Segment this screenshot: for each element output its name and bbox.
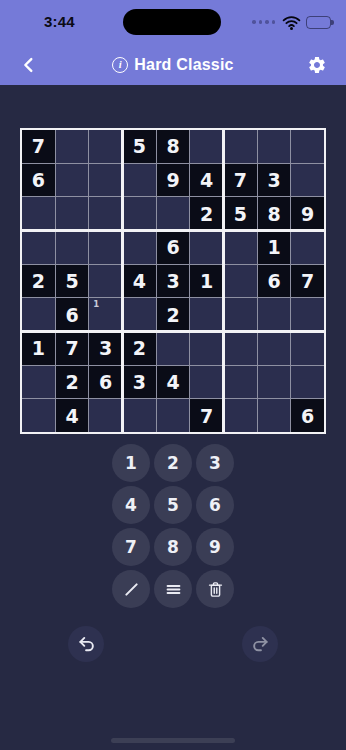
cell-r8c5[interactable]: 4	[157, 366, 190, 399]
cell-value: 8	[166, 135, 179, 157]
numpad-8[interactable]: 8	[154, 528, 192, 566]
cell-r5c8[interactable]: 6	[258, 265, 291, 298]
cell-value: 7	[200, 405, 213, 427]
cell-r5c1[interactable]: 2	[22, 265, 55, 298]
numpad-6[interactable]: 6	[196, 486, 234, 524]
cell-r7c2[interactable]: 7	[56, 332, 89, 365]
notes-icon	[164, 580, 183, 599]
cell-value: 6	[65, 304, 78, 326]
cell-value: 1	[200, 270, 213, 292]
cell-value: 7	[234, 169, 247, 191]
cell-value: 2	[166, 304, 179, 326]
cell-value: 7	[32, 135, 45, 157]
cell-r1c7[interactable]	[224, 130, 257, 163]
page-title-label: Hard Classic	[134, 56, 233, 74]
cell-value: 4	[166, 371, 179, 393]
cell-value: 1	[267, 236, 280, 258]
cell-r3c2[interactable]	[56, 197, 89, 230]
cell-r7c6[interactable]	[190, 332, 223, 365]
status-bar: 3:44	[0, 0, 346, 44]
dynamic-island	[123, 9, 221, 35]
cell-value: 9	[301, 203, 314, 225]
cellular-signal-icon	[252, 20, 275, 24]
numpad-5[interactable]: 5	[154, 486, 192, 524]
cell-r4c5[interactable]: 6	[157, 231, 190, 264]
cell-r3c8[interactable]: 8	[258, 197, 291, 230]
cell-r3c5[interactable]	[157, 197, 190, 230]
cell-value: 6	[166, 236, 179, 258]
cell-r4c7[interactable]	[224, 231, 257, 264]
cell-r4c6[interactable]	[190, 231, 223, 264]
undo-icon	[76, 634, 97, 655]
cell-r8c2[interactable]: 2	[56, 366, 89, 399]
numpad-1-label: 1	[125, 453, 137, 473]
cell-r2c4[interactable]	[123, 164, 156, 197]
home-indicator[interactable]	[111, 738, 235, 743]
cell-r9c8[interactable]	[258, 399, 291, 432]
cell-r7c5[interactable]	[157, 332, 190, 365]
cell-r9c9[interactable]: 6	[291, 399, 324, 432]
cell-r5c4[interactable]: 4	[123, 265, 156, 298]
pencil-mode-button[interactable]	[112, 570, 150, 608]
redo-icon	[250, 634, 271, 655]
cell-r5c6[interactable]: 1	[190, 265, 223, 298]
cell-r8c8[interactable]	[258, 366, 291, 399]
cell-r1c6[interactable]	[190, 130, 223, 163]
cell-value: 7	[301, 270, 314, 292]
cell-r9c4[interactable]	[123, 399, 156, 432]
sudoku-board: 75869473258961254316761217322634476	[20, 128, 326, 434]
numpad-3[interactable]: 3	[196, 444, 234, 482]
cell-r5c2[interactable]: 5	[56, 265, 89, 298]
cell-r1c1[interactable]: 7	[22, 130, 55, 163]
cell-r2c8[interactable]: 3	[258, 164, 291, 197]
cell-r2c7[interactable]: 7	[224, 164, 257, 197]
cell-r8c6[interactable]	[190, 366, 223, 399]
cell-r1c2[interactable]	[56, 130, 89, 163]
cell-value: 3	[99, 337, 112, 359]
cell-r3c3[interactable]	[89, 197, 122, 230]
cell-r6c9[interactable]	[291, 298, 324, 331]
battery-icon	[306, 16, 331, 29]
cell-r5c7[interactable]	[224, 265, 257, 298]
numpad-4-label: 4	[125, 495, 137, 515]
cell-r6c5[interactable]: 2	[157, 298, 190, 331]
numpad-7-label: 7	[125, 537, 137, 557]
pencil-icon	[122, 580, 141, 599]
cell-r2c5[interactable]: 9	[157, 164, 190, 197]
cell-r7c1[interactable]: 1	[22, 332, 55, 365]
cell-value: 9	[166, 169, 179, 191]
cell-r9c2[interactable]: 4	[56, 399, 89, 432]
cell-r4c9[interactable]	[291, 231, 324, 264]
cell-r3c1[interactable]	[22, 197, 55, 230]
cell-r6c6[interactable]	[190, 298, 223, 331]
cell-r7c7[interactable]	[224, 332, 257, 365]
cell-value: 4	[200, 169, 213, 191]
cell-r2c9[interactable]	[291, 164, 324, 197]
cell-r4c2[interactable]	[56, 231, 89, 264]
cell-r8c1[interactable]	[22, 366, 55, 399]
cell-r2c6[interactable]: 4	[190, 164, 223, 197]
cell-value: 6	[267, 270, 280, 292]
cell-r5c9[interactable]: 7	[291, 265, 324, 298]
undo-button[interactable]	[68, 626, 104, 662]
cell-value: 6	[32, 169, 45, 191]
cell-r9c6[interactable]: 7	[190, 399, 223, 432]
numpad-5-label: 5	[167, 495, 179, 515]
cell-value: 3	[133, 371, 146, 393]
cell-value: 2	[65, 371, 78, 393]
cell-value: 5	[65, 270, 78, 292]
info-icon[interactable]: i	[112, 57, 128, 73]
cell-r8c4[interactable]: 3	[123, 366, 156, 399]
cell-r9c5[interactable]	[157, 399, 190, 432]
wifi-icon	[282, 15, 301, 30]
cell-r3c4[interactable]	[123, 197, 156, 230]
cell-r2c1[interactable]: 6	[22, 164, 55, 197]
cell-value: 5	[133, 135, 146, 157]
cell-r4c8[interactable]: 1	[258, 231, 291, 264]
cell-value: 2	[200, 203, 213, 225]
cell-r3c6[interactable]: 2	[190, 197, 223, 230]
number-pad: 1 2 3 4 5 6 7 8 9	[112, 444, 234, 608]
cell-r9c1[interactable]	[22, 399, 55, 432]
cell-value: 4	[65, 405, 78, 427]
numpad-4[interactable]: 4	[112, 486, 150, 524]
cell-r8c3[interactable]: 6	[89, 366, 122, 399]
nav-bar: i Hard Classic	[0, 44, 346, 85]
cell-r1c9[interactable]	[291, 130, 324, 163]
board-container: 75869473258961254316761217322634476	[0, 85, 346, 434]
cell-r9c7[interactable]	[224, 399, 257, 432]
cell-value: 6	[99, 371, 112, 393]
cell-r7c9[interactable]	[291, 332, 324, 365]
cell-r6c4[interactable]	[123, 298, 156, 331]
numpad-8-label: 8	[167, 537, 179, 557]
cell-value: 4	[133, 270, 146, 292]
cell-r4c1[interactable]	[22, 231, 55, 264]
cell-value: 2	[32, 270, 45, 292]
numpad-2-label: 2	[167, 453, 179, 473]
status-icons	[252, 0, 331, 44]
app-screen: 3:44	[0, 0, 346, 750]
cell-r7c8[interactable]	[258, 332, 291, 365]
trash-icon	[206, 580, 225, 599]
notes-button[interactable]	[154, 570, 192, 608]
cell-r6c7[interactable]	[224, 298, 257, 331]
numpad-9[interactable]: 9	[196, 528, 234, 566]
cell-r9c3[interactable]	[89, 399, 122, 432]
cell-r7c4[interactable]: 2	[123, 332, 156, 365]
cell-r1c5[interactable]: 8	[157, 130, 190, 163]
redo-button[interactable]	[242, 626, 278, 662]
cell-r6c8[interactable]	[258, 298, 291, 331]
cell-value: 3	[166, 270, 179, 292]
cell-r8c7[interactable]	[224, 366, 257, 399]
clock: 3:44	[44, 13, 75, 30]
cell-r4c4[interactable]	[123, 231, 156, 264]
numpad-2[interactable]: 2	[154, 444, 192, 482]
cell-r4c3[interactable]	[89, 231, 122, 264]
pencil-note: 1	[93, 299, 99, 309]
numpad-7[interactable]: 7	[112, 528, 150, 566]
erase-button[interactable]	[196, 570, 234, 608]
cell-value: 5	[234, 203, 247, 225]
cell-r3c7[interactable]: 5	[224, 197, 257, 230]
cell-value: 6	[301, 405, 314, 427]
cell-value: 1	[32, 337, 45, 359]
cell-r2c3[interactable]	[89, 164, 122, 197]
numpad-3-label: 3	[209, 453, 221, 473]
back-button[interactable]	[14, 50, 44, 80]
cell-r2c2[interactable]	[56, 164, 89, 197]
page-title: i Hard Classic	[112, 56, 233, 74]
settings-button[interactable]	[302, 50, 332, 80]
numpad-1[interactable]: 1	[112, 444, 150, 482]
cell-r6c2[interactable]: 6	[56, 298, 89, 331]
history-controls	[0, 626, 346, 662]
cell-r3c9[interactable]: 9	[291, 197, 324, 230]
cell-r7c3[interactable]: 3	[89, 332, 122, 365]
cell-value: 2	[133, 337, 146, 359]
cell-r1c3[interactable]	[89, 130, 122, 163]
cell-r1c8[interactable]	[258, 130, 291, 163]
cell-value: 3	[267, 169, 280, 191]
numpad-9-label: 9	[209, 537, 221, 557]
cell-r8c9[interactable]	[291, 366, 324, 399]
cell-r5c3[interactable]	[89, 265, 122, 298]
cell-r6c1[interactable]	[22, 298, 55, 331]
cell-value: 7	[65, 337, 78, 359]
numpad-6-label: 6	[209, 495, 221, 515]
cell-value: 8	[267, 203, 280, 225]
header-area: 3:44	[0, 0, 346, 85]
cell-r1c4[interactable]: 5	[123, 130, 156, 163]
cell-r5c5[interactable]: 3	[157, 265, 190, 298]
cell-r6c3[interactable]: 1	[89, 298, 122, 331]
